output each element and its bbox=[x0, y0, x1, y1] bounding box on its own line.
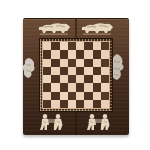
wrestlers-engraving-icon bbox=[32, 113, 71, 132]
square-h7[interactable] bbox=[101, 50, 109, 58]
square-b1[interactable] bbox=[51, 100, 59, 108]
square-f8[interactable] bbox=[84, 42, 92, 50]
square-b2[interactable] bbox=[51, 92, 59, 100]
square-g7[interactable] bbox=[93, 50, 101, 58]
square-c6[interactable] bbox=[60, 59, 68, 67]
square-c2[interactable] bbox=[60, 92, 68, 100]
square-g6[interactable] bbox=[93, 59, 101, 67]
wrestlers-engraving-icon bbox=[79, 113, 118, 132]
square-g8[interactable] bbox=[93, 42, 101, 50]
square-e8[interactable] bbox=[76, 42, 84, 50]
square-g3[interactable] bbox=[93, 83, 101, 91]
square-b6[interactable] bbox=[51, 59, 59, 67]
square-g2[interactable] bbox=[93, 92, 101, 100]
square-d8[interactable] bbox=[68, 42, 76, 50]
square-c4[interactable] bbox=[60, 75, 68, 83]
square-h5[interactable] bbox=[101, 67, 109, 75]
square-g4[interactable] bbox=[93, 75, 101, 83]
square-d3[interactable] bbox=[68, 83, 76, 91]
lion-engraving-icon bbox=[36, 21, 72, 36]
square-f3[interactable] bbox=[84, 83, 92, 91]
square-e7[interactable] bbox=[76, 50, 84, 58]
square-a1[interactable] bbox=[43, 100, 51, 108]
square-a2[interactable] bbox=[43, 92, 51, 100]
square-e5[interactable] bbox=[76, 67, 84, 75]
square-h8[interactable] bbox=[101, 42, 109, 50]
square-d6[interactable] bbox=[68, 59, 76, 67]
photo-background bbox=[0, 0, 150, 150]
square-f4[interactable] bbox=[84, 75, 92, 83]
square-c7[interactable] bbox=[60, 50, 68, 58]
square-h1[interactable] bbox=[101, 100, 109, 108]
square-a6[interactable] bbox=[43, 59, 51, 67]
wooden-chess-board bbox=[23, 18, 129, 135]
square-e6[interactable] bbox=[76, 59, 84, 67]
square-b7[interactable] bbox=[51, 50, 59, 58]
chess-grid bbox=[43, 42, 109, 108]
square-d5[interactable] bbox=[68, 67, 76, 75]
square-c3[interactable] bbox=[60, 83, 68, 91]
square-d7[interactable] bbox=[68, 50, 76, 58]
square-h4[interactable] bbox=[101, 75, 109, 83]
square-c5[interactable] bbox=[60, 67, 68, 75]
square-g5[interactable] bbox=[93, 67, 101, 75]
square-f5[interactable] bbox=[84, 67, 92, 75]
lion-engraving-icon bbox=[79, 21, 115, 36]
square-f6[interactable] bbox=[84, 59, 92, 67]
square-e1[interactable] bbox=[76, 100, 84, 108]
square-d2[interactable] bbox=[68, 92, 76, 100]
square-a5[interactable] bbox=[43, 67, 51, 75]
square-e3[interactable] bbox=[76, 83, 84, 91]
square-a7[interactable] bbox=[43, 50, 51, 58]
square-b4[interactable] bbox=[51, 75, 59, 83]
square-c1[interactable] bbox=[60, 100, 68, 108]
square-a8[interactable] bbox=[43, 42, 51, 50]
square-d1[interactable] bbox=[68, 100, 76, 108]
square-f7[interactable] bbox=[84, 50, 92, 58]
square-h6[interactable] bbox=[101, 59, 109, 67]
square-h3[interactable] bbox=[101, 83, 109, 91]
square-f2[interactable] bbox=[84, 92, 92, 100]
figure-engraving-icon bbox=[21, 56, 37, 82]
square-c8[interactable] bbox=[60, 42, 68, 50]
square-a4[interactable] bbox=[43, 75, 51, 83]
square-e4[interactable] bbox=[76, 75, 84, 83]
board-inlay-frame bbox=[39, 38, 113, 112]
square-e2[interactable] bbox=[76, 92, 84, 100]
square-d4[interactable] bbox=[68, 75, 76, 83]
square-b3[interactable] bbox=[51, 83, 59, 91]
square-h2[interactable] bbox=[101, 92, 109, 100]
square-g1[interactable] bbox=[93, 100, 101, 108]
square-f1[interactable] bbox=[84, 100, 92, 108]
square-b5[interactable] bbox=[51, 67, 59, 75]
square-a3[interactable] bbox=[43, 83, 51, 91]
square-b8[interactable] bbox=[51, 42, 59, 50]
